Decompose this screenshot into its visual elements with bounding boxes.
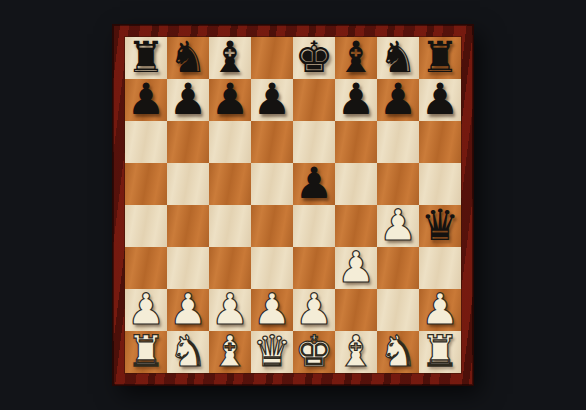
piece-black-queen: ♛ xyxy=(421,204,460,246)
square-b7[interactable]: ♟ xyxy=(167,79,209,121)
chess-board-frame: ♜♞♝♚♝♞♜♟♟♟♟♟♟♟♟♟♛♟♟♟♟♟♟♟♜♞♝♛♚♝♞♜ xyxy=(113,25,473,385)
square-d4[interactable] xyxy=(251,205,293,247)
square-b3[interactable] xyxy=(167,247,209,289)
piece-black-knight: ♞ xyxy=(169,36,208,78)
square-h6[interactable] xyxy=(419,121,461,163)
piece-black-bishop: ♝ xyxy=(337,36,376,78)
piece-white-knight: ♞ xyxy=(379,330,418,372)
piece-black-pawn: ♟ xyxy=(379,78,418,120)
square-d5[interactable] xyxy=(251,163,293,205)
square-e7[interactable] xyxy=(293,79,335,121)
piece-white-rook: ♜ xyxy=(421,330,460,372)
piece-black-pawn: ♟ xyxy=(127,78,166,120)
square-f3[interactable]: ♟ xyxy=(335,247,377,289)
square-c3[interactable] xyxy=(209,247,251,289)
square-g1[interactable]: ♞ xyxy=(377,331,419,373)
square-f5[interactable] xyxy=(335,163,377,205)
square-a8[interactable]: ♜ xyxy=(125,37,167,79)
piece-white-pawn: ♟ xyxy=(421,288,460,330)
square-c1[interactable]: ♝ xyxy=(209,331,251,373)
square-a3[interactable] xyxy=(125,247,167,289)
piece-black-pawn: ♟ xyxy=(295,162,334,204)
square-e4[interactable] xyxy=(293,205,335,247)
square-b5[interactable] xyxy=(167,163,209,205)
square-b6[interactable] xyxy=(167,121,209,163)
square-d8[interactable] xyxy=(251,37,293,79)
piece-black-bishop: ♝ xyxy=(211,36,250,78)
piece-black-king: ♚ xyxy=(295,36,334,78)
square-b8[interactable]: ♞ xyxy=(167,37,209,79)
square-e5[interactable]: ♟ xyxy=(293,163,335,205)
square-g5[interactable] xyxy=(377,163,419,205)
square-e6[interactable] xyxy=(293,121,335,163)
piece-black-pawn: ♟ xyxy=(253,78,292,120)
square-b4[interactable] xyxy=(167,205,209,247)
square-e3[interactable] xyxy=(293,247,335,289)
piece-white-queen: ♛ xyxy=(253,330,292,372)
piece-white-knight: ♞ xyxy=(169,330,208,372)
square-c4[interactable] xyxy=(209,205,251,247)
piece-white-pawn: ♟ xyxy=(127,288,166,330)
piece-white-bishop: ♝ xyxy=(211,330,250,372)
piece-white-pawn: ♟ xyxy=(253,288,292,330)
square-e2[interactable]: ♟ xyxy=(293,289,335,331)
square-h4[interactable]: ♛ xyxy=(419,205,461,247)
piece-black-pawn: ♟ xyxy=(211,78,250,120)
square-a5[interactable] xyxy=(125,163,167,205)
square-b1[interactable]: ♞ xyxy=(167,331,209,373)
piece-black-knight: ♞ xyxy=(379,36,418,78)
piece-white-pawn: ♟ xyxy=(337,246,376,288)
square-a7[interactable]: ♟ xyxy=(125,79,167,121)
square-f8[interactable]: ♝ xyxy=(335,37,377,79)
square-h7[interactable]: ♟ xyxy=(419,79,461,121)
square-h1[interactable]: ♜ xyxy=(419,331,461,373)
square-a2[interactable]: ♟ xyxy=(125,289,167,331)
piece-white-king: ♚ xyxy=(295,330,334,372)
square-c6[interactable] xyxy=(209,121,251,163)
square-a4[interactable] xyxy=(125,205,167,247)
square-g8[interactable]: ♞ xyxy=(377,37,419,79)
square-d7[interactable]: ♟ xyxy=(251,79,293,121)
square-g3[interactable] xyxy=(377,247,419,289)
piece-white-rook: ♜ xyxy=(127,330,166,372)
square-c8[interactable]: ♝ xyxy=(209,37,251,79)
square-f6[interactable] xyxy=(335,121,377,163)
square-b2[interactable]: ♟ xyxy=(167,289,209,331)
square-c2[interactable]: ♟ xyxy=(209,289,251,331)
piece-black-pawn: ♟ xyxy=(169,78,208,120)
square-d3[interactable] xyxy=(251,247,293,289)
square-g4[interactable]: ♟ xyxy=(377,205,419,247)
square-h2[interactable]: ♟ xyxy=(419,289,461,331)
piece-black-pawn: ♟ xyxy=(337,78,376,120)
square-a1[interactable]: ♜ xyxy=(125,331,167,373)
square-d6[interactable] xyxy=(251,121,293,163)
piece-white-pawn: ♟ xyxy=(211,288,250,330)
square-f1[interactable]: ♝ xyxy=(335,331,377,373)
square-a6[interactable] xyxy=(125,121,167,163)
square-c5[interactable] xyxy=(209,163,251,205)
square-e8[interactable]: ♚ xyxy=(293,37,335,79)
square-d2[interactable]: ♟ xyxy=(251,289,293,331)
square-g2[interactable] xyxy=(377,289,419,331)
square-f4[interactable] xyxy=(335,205,377,247)
chess-board: ♜♞♝♚♝♞♜♟♟♟♟♟♟♟♟♟♛♟♟♟♟♟♟♟♜♞♝♛♚♝♞♜ xyxy=(125,37,461,373)
square-d1[interactable]: ♛ xyxy=(251,331,293,373)
square-h8[interactable]: ♜ xyxy=(419,37,461,79)
page-background: ♜♞♝♚♝♞♜♟♟♟♟♟♟♟♟♟♛♟♟♟♟♟♟♟♜♞♝♛♚♝♞♜ xyxy=(0,0,586,410)
square-f2[interactable] xyxy=(335,289,377,331)
piece-black-pawn: ♟ xyxy=(421,78,460,120)
piece-white-pawn: ♟ xyxy=(295,288,334,330)
square-h5[interactable] xyxy=(419,163,461,205)
piece-black-rook: ♜ xyxy=(127,36,166,78)
square-f7[interactable]: ♟ xyxy=(335,79,377,121)
square-c7[interactable]: ♟ xyxy=(209,79,251,121)
square-h3[interactable] xyxy=(419,247,461,289)
piece-white-pawn: ♟ xyxy=(379,204,418,246)
square-g6[interactable] xyxy=(377,121,419,163)
square-e1[interactable]: ♚ xyxy=(293,331,335,373)
piece-black-rook: ♜ xyxy=(421,36,460,78)
piece-white-bishop: ♝ xyxy=(337,330,376,372)
square-g7[interactable]: ♟ xyxy=(377,79,419,121)
piece-white-pawn: ♟ xyxy=(169,288,208,330)
